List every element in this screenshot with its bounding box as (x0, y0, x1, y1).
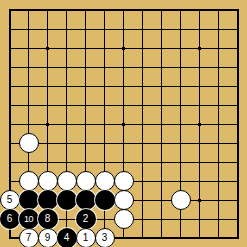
move-number: 9 (45, 233, 51, 243)
move-number: 10 (24, 215, 33, 224)
stones-layer: 56108279413 (0, 0, 247, 247)
move-number: 6 (7, 214, 13, 224)
move-number: 2 (83, 214, 89, 224)
stone-white (114, 171, 134, 191)
stone-black (19, 190, 39, 210)
stone-black-move-2: 2 (76, 209, 96, 229)
stone-white-move-9: 9 (38, 228, 58, 247)
stone-white-move-5: 5 (0, 190, 20, 210)
move-number: 8 (45, 214, 51, 224)
stone-black (95, 190, 115, 210)
stone-black-move-8: 8 (38, 209, 58, 229)
stone-white (19, 171, 39, 191)
go-board[interactable]: 56108279413 (0, 0, 247, 247)
stone-white (57, 171, 77, 191)
stone-white (76, 171, 96, 191)
stone-white-move-7: 7 (19, 228, 39, 247)
stone-black (76, 190, 96, 210)
move-number: 1 (83, 233, 89, 243)
stone-white (114, 209, 134, 229)
move-number: 4 (64, 233, 70, 243)
stone-white (171, 190, 191, 210)
stone-white-move-3: 3 (95, 228, 115, 247)
stone-white (38, 171, 58, 191)
stone-black-move-10: 10 (19, 209, 39, 229)
stone-white (114, 190, 134, 210)
stone-black (38, 190, 58, 210)
move-number: 5 (7, 195, 13, 205)
move-number: 3 (102, 233, 108, 243)
stone-black-move-6: 6 (0, 209, 20, 229)
stone-white-move-1: 1 (76, 228, 96, 247)
stone-black (57, 190, 77, 210)
move-number: 7 (26, 233, 32, 243)
stone-white (19, 133, 39, 153)
stone-white (95, 171, 115, 191)
stone-black-move-4: 4 (57, 228, 77, 247)
